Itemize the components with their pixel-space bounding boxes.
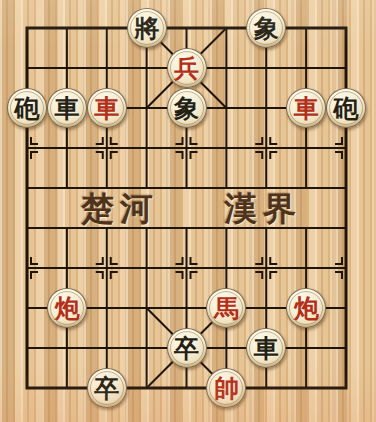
- piece-red-chariot[interactable]: 車: [87, 88, 127, 128]
- piece-black-general[interactable]: 將: [127, 8, 167, 48]
- piece-character: 象: [254, 16, 279, 41]
- piece-character: 帥: [214, 376, 239, 401]
- piece-character: 砲: [15, 96, 40, 121]
- piece-character: 車: [94, 96, 119, 121]
- piece-character: 馬: [214, 296, 239, 321]
- piece-black-chariot[interactable]: 車: [47, 88, 87, 128]
- piece-character: 車: [254, 336, 279, 361]
- piece-character: 車: [294, 96, 319, 121]
- xiangqi-board[interactable]: 楚河 漢界 將象兵砲車車象車砲炮馬炮卒車卒帥: [27, 28, 346, 388]
- piece-black-chariot[interactable]: 車: [246, 328, 286, 368]
- piece-character: 卒: [94, 376, 119, 401]
- piece-character: 砲: [334, 96, 359, 121]
- piece-red-chariot[interactable]: 車: [286, 88, 326, 128]
- piece-black-elephant[interactable]: 象: [246, 8, 286, 48]
- piece-red-general[interactable]: 帥: [206, 368, 246, 408]
- piece-character: 象: [174, 96, 199, 121]
- xiangqi-table: 楚河 漢界 將象兵砲車車象車砲炮馬炮卒車卒帥: [0, 0, 376, 422]
- piece-character: 炮: [54, 296, 79, 321]
- piece-character: 炮: [294, 296, 319, 321]
- piece-character: 卒: [174, 336, 199, 361]
- piece-red-cannon[interactable]: 炮: [47, 288, 87, 328]
- piece-black-soldier[interactable]: 卒: [167, 328, 207, 368]
- piece-black-soldier[interactable]: 卒: [87, 368, 127, 408]
- piece-black-cannon[interactable]: 砲: [326, 88, 366, 128]
- piece-red-soldier[interactable]: 兵: [167, 48, 207, 88]
- piece-black-elephant[interactable]: 象: [167, 88, 207, 128]
- piece-character: 兵: [174, 56, 199, 81]
- piece-character: 將: [134, 16, 159, 41]
- piece-red-cannon[interactable]: 炮: [286, 288, 326, 328]
- piece-character: 車: [54, 96, 79, 121]
- piece-black-cannon[interactable]: 砲: [7, 88, 47, 128]
